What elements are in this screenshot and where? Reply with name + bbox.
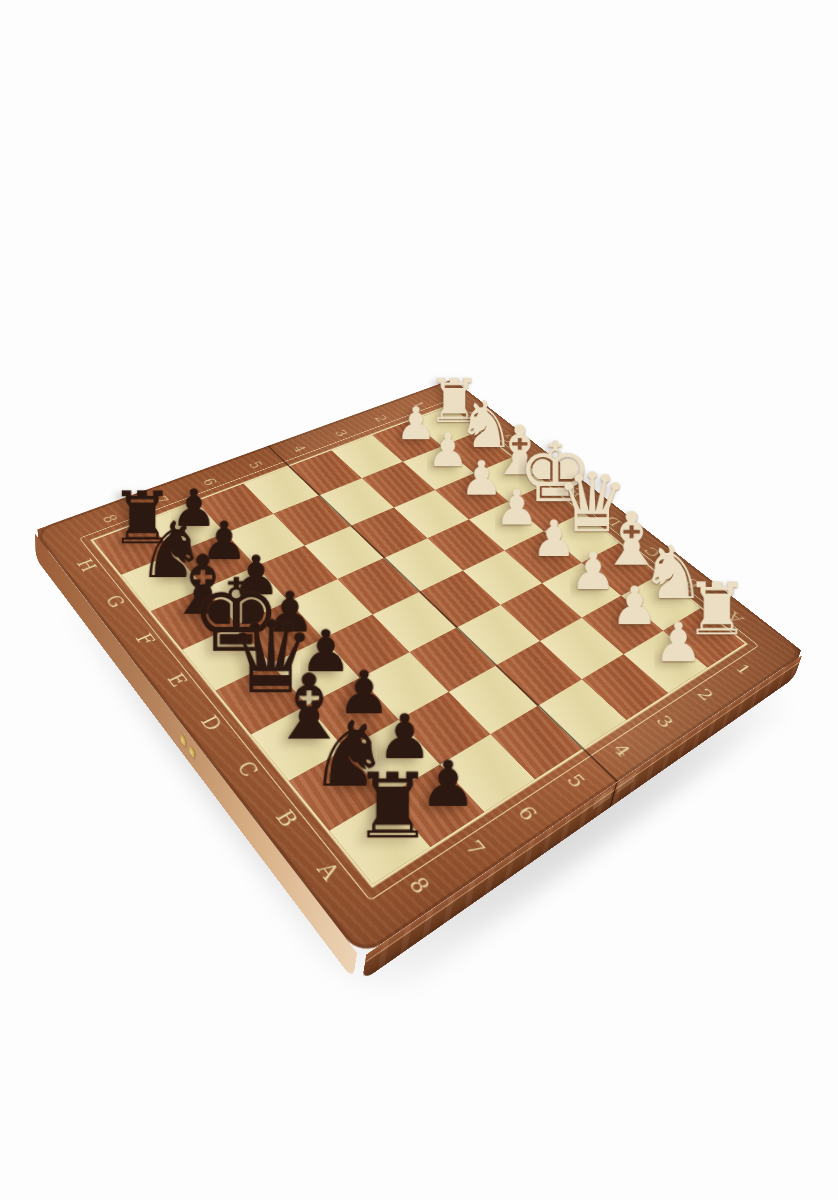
scene: HGFEDCBA HGFEDCBA 87654321 87654321 ♜♟♟♜… [103, 276, 735, 908]
photo-stage: HGFEDCBA HGFEDCBA 87654321 87654321 ♜♟♟♜… [0, 0, 838, 1200]
clasp-knob-icon [181, 733, 186, 748]
piece-glyph: ♟ [611, 580, 659, 633]
chessboard: HGFEDCBA HGFEDCBA 87654321 87654321 ♜♟♟♜… [33, 379, 805, 958]
piece-glyph: ♟ [654, 615, 703, 670]
square-c4[interactable] [456, 605, 540, 666]
piece-glyph: ♜ [352, 762, 432, 852]
clasp-knob-icon [189, 744, 195, 759]
board-wrap: HGFEDCBA HGFEDCBA 87654321 87654321 ♜♟♟♜… [103, 276, 735, 908]
